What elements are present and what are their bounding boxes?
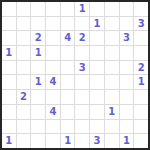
empty-cell[interactable] [120, 2, 134, 16]
empty-cell[interactable] [90, 75, 104, 89]
empty-cell[interactable] [105, 31, 119, 45]
empty-cell[interactable] [31, 105, 45, 119]
empty-cell[interactable] [120, 90, 134, 104]
empty-cell[interactable] [61, 17, 75, 31]
empty-cell[interactable] [2, 2, 16, 16]
empty-cell[interactable] [134, 46, 148, 60]
empty-cell[interactable] [31, 134, 45, 148]
clue-cell: 1 [90, 17, 104, 31]
empty-cell[interactable] [90, 61, 104, 75]
clue-cell: 2 [134, 61, 148, 75]
empty-cell[interactable] [46, 90, 60, 104]
empty-cell[interactable] [134, 31, 148, 45]
clue-cell: 1 [61, 134, 75, 148]
empty-cell[interactable] [61, 61, 75, 75]
empty-cell[interactable] [105, 61, 119, 75]
clue-cell: 1 [2, 134, 16, 148]
empty-cell[interactable] [105, 75, 119, 89]
empty-cell[interactable] [134, 90, 148, 104]
empty-cell[interactable] [134, 120, 148, 134]
empty-cell[interactable] [105, 90, 119, 104]
empty-cell[interactable] [90, 90, 104, 104]
empty-cell[interactable] [2, 75, 16, 89]
empty-cell[interactable] [134, 134, 148, 148]
empty-cell[interactable] [105, 17, 119, 31]
clue-cell: 4 [46, 75, 60, 89]
empty-cell[interactable] [46, 120, 60, 134]
empty-cell[interactable] [90, 105, 104, 119]
clue-cell: 2 [75, 31, 89, 45]
empty-cell[interactable] [46, 134, 60, 148]
empty-cell[interactable] [31, 17, 45, 31]
empty-cell[interactable] [61, 90, 75, 104]
empty-cell[interactable] [90, 31, 104, 45]
empty-cell[interactable] [120, 105, 134, 119]
clue-cell: 2 [17, 90, 31, 104]
empty-cell[interactable] [75, 17, 89, 31]
empty-cell[interactable] [105, 134, 119, 148]
empty-cell[interactable] [61, 105, 75, 119]
empty-cell[interactable] [31, 61, 45, 75]
empty-cell[interactable] [17, 75, 31, 89]
empty-cell[interactable] [75, 134, 89, 148]
empty-cell[interactable] [61, 46, 75, 60]
empty-cell[interactable] [120, 46, 134, 60]
clue-cell: 1 [105, 105, 119, 119]
empty-cell[interactable] [46, 31, 60, 45]
clue-cell: 1 [2, 46, 16, 60]
empty-cell[interactable] [90, 120, 104, 134]
empty-cell[interactable] [134, 2, 148, 16]
empty-cell[interactable] [2, 120, 16, 134]
clue-cell: 1 [75, 2, 89, 16]
empty-cell[interactable] [17, 2, 31, 16]
empty-cell[interactable] [2, 17, 16, 31]
empty-cell[interactable] [61, 75, 75, 89]
empty-cell[interactable] [75, 120, 89, 134]
empty-cell[interactable] [120, 75, 134, 89]
clue-cell: 1 [31, 46, 45, 60]
empty-cell[interactable] [31, 120, 45, 134]
empty-cell[interactable] [120, 120, 134, 134]
empty-cell[interactable] [134, 105, 148, 119]
empty-cell[interactable] [46, 46, 60, 60]
clue-cell: 4 [61, 31, 75, 45]
empty-cell[interactable] [61, 120, 75, 134]
empty-cell[interactable] [2, 90, 16, 104]
empty-cell[interactable] [46, 2, 60, 16]
empty-cell[interactable] [2, 61, 16, 75]
clue-cell: 3 [134, 17, 148, 31]
empty-cell[interactable] [2, 105, 16, 119]
empty-cell[interactable] [17, 17, 31, 31]
empty-cell[interactable] [90, 2, 104, 16]
clue-cell: 1 [31, 75, 45, 89]
empty-cell[interactable] [105, 46, 119, 60]
empty-cell[interactable] [61, 2, 75, 16]
empty-cell[interactable] [105, 2, 119, 16]
empty-cell[interactable] [17, 105, 31, 119]
empty-cell[interactable] [17, 61, 31, 75]
empty-cell[interactable] [75, 46, 89, 60]
empty-cell[interactable] [120, 17, 134, 31]
empty-cell[interactable] [46, 61, 60, 75]
empty-cell[interactable] [17, 31, 31, 45]
empty-cell[interactable] [2, 31, 16, 45]
empty-cell[interactable] [17, 134, 31, 148]
puzzle-board: 113242311321412411131 [0, 0, 150, 150]
empty-cell[interactable] [75, 105, 89, 119]
empty-cell[interactable] [31, 2, 45, 16]
clue-cell: 2 [31, 31, 45, 45]
empty-cell[interactable] [120, 61, 134, 75]
empty-cell[interactable] [75, 75, 89, 89]
clue-cell: 3 [75, 61, 89, 75]
empty-cell[interactable] [46, 17, 60, 31]
clue-cell: 1 [120, 134, 134, 148]
empty-cell[interactable] [17, 46, 31, 60]
empty-cell[interactable] [31, 90, 45, 104]
clue-cell: 1 [134, 75, 148, 89]
empty-cell[interactable] [75, 90, 89, 104]
clue-cell: 3 [120, 31, 134, 45]
empty-cell[interactable] [90, 46, 104, 60]
empty-cell[interactable] [105, 120, 119, 134]
empty-cell[interactable] [17, 120, 31, 134]
clue-cell: 4 [46, 105, 60, 119]
clue-cell: 3 [90, 134, 104, 148]
